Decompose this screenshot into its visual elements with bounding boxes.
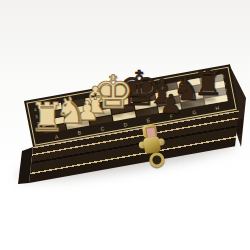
black-rook-shadow [195,97,216,102]
clasp-ring [148,151,165,168]
white-knight-shadow [57,126,79,131]
clasp-body [143,136,161,154]
white-rook-shadow [32,134,57,139]
chess-box-product-photo: 4321 4321 ABCDEFGH ♜♞♟♝♚♚♝♟♞♜ [0,0,250,250]
black-king-shadow [121,109,151,114]
white-bishop-shadow [81,116,104,121]
white-king-shadow [96,112,125,117]
black-bishop-shadow [149,105,170,110]
